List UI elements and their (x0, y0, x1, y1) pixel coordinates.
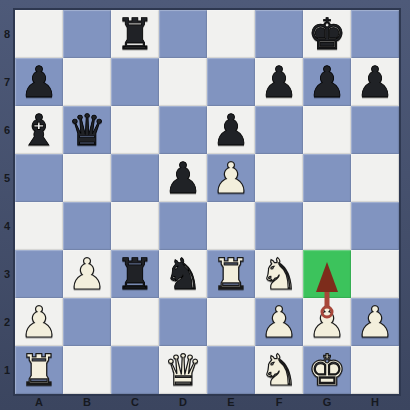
rank-label-3: 3 (0, 250, 14, 298)
file-label-e: E (207, 395, 255, 410)
square-c1[interactable] (111, 346, 159, 394)
chess-board: ♜♚♟♟♟♟♝♛♟♟♟♟♜♞♜♞♟♟♟♟♜♛♞♚ (15, 10, 399, 394)
file-label-b: B (63, 395, 111, 410)
file-label-d: D (159, 395, 207, 410)
square-d4[interactable] (159, 202, 207, 250)
rank-label-6: 6 (0, 106, 14, 154)
square-b8[interactable] (63, 10, 111, 58)
piece-black-pawn[interactable]: ♟ (356, 61, 395, 104)
square-g6[interactable] (303, 106, 351, 154)
file-label-g: G (303, 395, 351, 410)
piece-white-pawn[interactable]: ♟ (356, 301, 395, 344)
file-label-h: H (351, 395, 399, 410)
piece-black-pawn[interactable]: ♟ (308, 61, 347, 104)
square-a1[interactable]: ♜ (15, 346, 63, 394)
square-d7[interactable] (159, 58, 207, 106)
square-f8[interactable] (255, 10, 303, 58)
square-c6[interactable] (111, 106, 159, 154)
square-e5[interactable]: ♟ (207, 154, 255, 202)
piece-white-king[interactable]: ♚ (308, 349, 347, 392)
square-h2[interactable]: ♟ (351, 298, 399, 346)
square-a3[interactable] (15, 250, 63, 298)
square-h6[interactable] (351, 106, 399, 154)
square-d2[interactable] (159, 298, 207, 346)
square-g2[interactable]: ♟ (303, 298, 351, 346)
square-f6[interactable] (255, 106, 303, 154)
rank-label-4: 4 (0, 202, 14, 250)
square-b1[interactable] (63, 346, 111, 394)
square-e3[interactable]: ♜ (207, 250, 255, 298)
square-g5[interactable] (303, 154, 351, 202)
square-g3[interactable] (303, 250, 351, 298)
square-c8[interactable]: ♜ (111, 10, 159, 58)
piece-white-pawn[interactable]: ♟ (20, 301, 59, 344)
piece-white-rook[interactable]: ♜ (20, 349, 59, 392)
piece-white-pawn[interactable]: ♟ (68, 253, 107, 296)
piece-white-queen[interactable]: ♛ (164, 349, 203, 392)
piece-black-bishop[interactable]: ♝ (20, 109, 59, 152)
rank-label-8: 8 (0, 10, 14, 58)
square-h4[interactable] (351, 202, 399, 250)
piece-black-pawn[interactable]: ♟ (20, 61, 59, 104)
square-g4[interactable] (303, 202, 351, 250)
square-e7[interactable] (207, 58, 255, 106)
piece-white-pawn[interactable]: ♟ (212, 157, 251, 200)
piece-black-king[interactable]: ♚ (308, 13, 347, 56)
file-label-c: C (111, 395, 159, 410)
square-g8[interactable]: ♚ (303, 10, 351, 58)
piece-black-pawn[interactable]: ♟ (212, 109, 251, 152)
square-e1[interactable] (207, 346, 255, 394)
file-label-a: A (15, 395, 63, 410)
square-e4[interactable] (207, 202, 255, 250)
square-a4[interactable] (15, 202, 63, 250)
square-a8[interactable] (15, 10, 63, 58)
square-h5[interactable] (351, 154, 399, 202)
square-h3[interactable] (351, 250, 399, 298)
rank-label-2: 2 (0, 298, 14, 346)
square-e2[interactable] (207, 298, 255, 346)
square-g1[interactable]: ♚ (303, 346, 351, 394)
file-label-f: F (255, 395, 303, 410)
square-h8[interactable] (351, 10, 399, 58)
square-e6[interactable]: ♟ (207, 106, 255, 154)
square-d1[interactable]: ♛ (159, 346, 207, 394)
square-c5[interactable] (111, 154, 159, 202)
piece-black-pawn[interactable]: ♟ (164, 157, 203, 200)
square-a7[interactable]: ♟ (15, 58, 63, 106)
piece-black-rook[interactable]: ♜ (116, 253, 155, 296)
square-a2[interactable]: ♟ (15, 298, 63, 346)
rank-label-5: 5 (0, 154, 14, 202)
square-f5[interactable] (255, 154, 303, 202)
piece-black-rook[interactable]: ♜ (116, 13, 155, 56)
square-c3[interactable]: ♜ (111, 250, 159, 298)
square-e8[interactable] (207, 10, 255, 58)
board-frame: 87654321 ABCDEFGH ♜♚♟♟♟♟♝♛♟♟♟♟♜♞♜♞♟♟♟♟♜♛… (0, 0, 410, 410)
square-a5[interactable] (15, 154, 63, 202)
square-d8[interactable] (159, 10, 207, 58)
square-f1[interactable]: ♞ (255, 346, 303, 394)
square-f4[interactable] (255, 202, 303, 250)
piece-white-knight[interactable]: ♞ (260, 349, 299, 392)
square-b4[interactable] (63, 202, 111, 250)
square-a6[interactable]: ♝ (15, 106, 63, 154)
square-b5[interactable] (63, 154, 111, 202)
piece-white-knight[interactable]: ♞ (260, 253, 299, 296)
square-b6[interactable]: ♛ (63, 106, 111, 154)
square-b3[interactable]: ♟ (63, 250, 111, 298)
rank-label-1: 1 (0, 346, 14, 394)
piece-black-pawn[interactable]: ♟ (260, 61, 299, 104)
square-b2[interactable] (63, 298, 111, 346)
piece-white-rook[interactable]: ♜ (212, 253, 251, 296)
square-d5[interactable]: ♟ (159, 154, 207, 202)
piece-black-knight[interactable]: ♞ (164, 253, 203, 296)
square-c2[interactable] (111, 298, 159, 346)
square-h1[interactable] (351, 346, 399, 394)
rank-label-7: 7 (0, 58, 14, 106)
square-c4[interactable] (111, 202, 159, 250)
piece-black-queen[interactable]: ♛ (68, 109, 107, 152)
square-f3[interactable]: ♞ (255, 250, 303, 298)
square-b7[interactable] (63, 58, 111, 106)
square-f2[interactable]: ♟ (255, 298, 303, 346)
square-h7[interactable]: ♟ (351, 58, 399, 106)
square-d6[interactable] (159, 106, 207, 154)
square-f7[interactable]: ♟ (255, 58, 303, 106)
square-g7[interactable]: ♟ (303, 58, 351, 106)
square-d3[interactable]: ♞ (159, 250, 207, 298)
square-c7[interactable] (111, 58, 159, 106)
piece-white-pawn[interactable]: ♟ (308, 301, 347, 344)
piece-white-pawn[interactable]: ♟ (260, 301, 299, 344)
